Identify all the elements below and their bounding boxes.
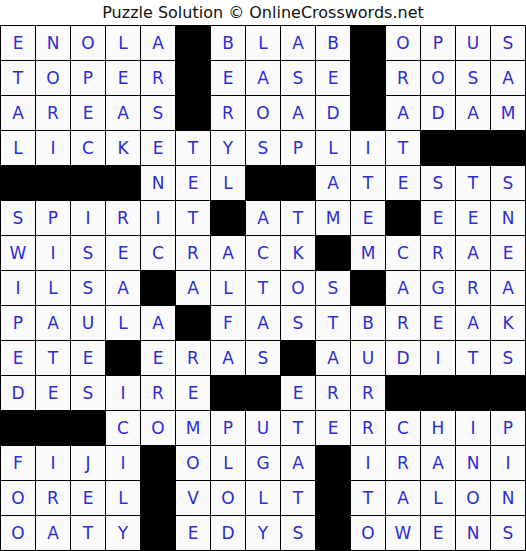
letter-cell: V xyxy=(176,481,210,515)
letter-cell: B xyxy=(351,306,385,340)
letter-cell: R xyxy=(386,446,420,480)
letter-cell: I xyxy=(456,411,490,445)
letter-cell: L xyxy=(211,166,245,200)
letter-cell: S xyxy=(491,516,525,550)
letter-cell: A xyxy=(141,306,175,340)
letter-cell: E xyxy=(1,341,35,375)
letter-cell: A xyxy=(36,306,70,340)
letter-cell: F xyxy=(1,446,35,480)
block-cell xyxy=(351,26,385,60)
letter-cell: E xyxy=(36,376,70,410)
letter-cell: A xyxy=(491,61,525,95)
letter-cell: U xyxy=(246,411,280,445)
letter-cell: F xyxy=(211,306,245,340)
block-cell xyxy=(386,201,420,235)
block-cell xyxy=(36,166,70,200)
letter-cell: A xyxy=(211,236,245,270)
block-cell xyxy=(1,166,35,200)
letter-cell: O xyxy=(1,516,35,550)
letter-cell: E xyxy=(71,96,105,130)
letter-cell: A xyxy=(281,446,315,480)
letter-cell: Y xyxy=(106,516,140,550)
letter-cell: E xyxy=(421,516,455,550)
block-cell xyxy=(141,271,175,305)
letter-cell: R xyxy=(176,341,210,375)
letter-cell: N xyxy=(36,26,70,60)
letter-cell: D xyxy=(316,96,350,130)
block-cell xyxy=(36,411,70,445)
block-cell xyxy=(71,411,105,445)
block-cell xyxy=(176,306,210,340)
letter-cell: T xyxy=(1,61,35,95)
letter-cell: N xyxy=(141,166,175,200)
page-title: Puzzle Solution © OnlineCrosswords.net xyxy=(0,0,526,25)
letter-cell: C xyxy=(386,236,420,270)
letter-cell: T xyxy=(316,306,350,340)
letter-cell: A xyxy=(281,96,315,130)
block-cell xyxy=(1,411,35,445)
letter-cell: O xyxy=(36,61,70,95)
letter-cell: T xyxy=(351,166,385,200)
letter-cell: L xyxy=(316,131,350,165)
letter-cell: O xyxy=(351,516,385,550)
letter-cell: T xyxy=(176,131,210,165)
letter-cell: E xyxy=(106,236,140,270)
letter-cell: A xyxy=(211,341,245,375)
letter-cell: I xyxy=(71,201,105,235)
letter-cell: E xyxy=(141,341,175,375)
letter-cell: R xyxy=(141,61,175,95)
letter-cell: L xyxy=(421,481,455,515)
letter-cell: A xyxy=(36,516,70,550)
letter-cell: B xyxy=(316,26,350,60)
letter-cell: A xyxy=(456,306,490,340)
letter-cell: S xyxy=(281,61,315,95)
letter-cell: O xyxy=(71,26,105,60)
letter-cell: D xyxy=(1,376,35,410)
letter-cell: P xyxy=(281,131,315,165)
letter-cell: R xyxy=(316,376,350,410)
letter-cell: E xyxy=(211,61,245,95)
block-cell xyxy=(316,481,350,515)
block-cell xyxy=(141,516,175,550)
letter-cell: M xyxy=(491,96,525,130)
letter-cell: S xyxy=(421,166,455,200)
letter-cell: E xyxy=(1,26,35,60)
letter-cell: P xyxy=(71,61,105,95)
letter-cell: L xyxy=(211,271,245,305)
letter-cell: O xyxy=(246,96,280,130)
letter-cell: S xyxy=(456,61,490,95)
letter-cell: I xyxy=(1,271,35,305)
block-cell xyxy=(211,376,245,410)
block-cell xyxy=(351,96,385,130)
letter-cell: C xyxy=(106,411,140,445)
letter-cell: P xyxy=(211,411,245,445)
letter-cell: E xyxy=(71,341,105,375)
letter-cell: O xyxy=(456,481,490,515)
letter-cell: E xyxy=(71,481,105,515)
letter-cell: R xyxy=(106,201,140,235)
letter-cell: T xyxy=(281,481,315,515)
letter-cell: D xyxy=(386,341,420,375)
letter-cell: T xyxy=(351,481,385,515)
block-cell xyxy=(176,26,210,60)
letter-cell: T xyxy=(281,201,315,235)
letter-cell: O xyxy=(281,271,315,305)
block-cell xyxy=(456,131,490,165)
block-cell xyxy=(421,131,455,165)
letter-cell: O xyxy=(386,26,420,60)
letter-cell: A xyxy=(456,236,490,270)
letter-cell: O xyxy=(211,481,245,515)
letter-cell: B xyxy=(211,26,245,60)
letter-cell: Y xyxy=(246,516,280,550)
letter-cell: A xyxy=(386,481,420,515)
letter-cell: C xyxy=(141,236,175,270)
letter-cell: N xyxy=(456,516,490,550)
block-cell xyxy=(106,166,140,200)
letter-cell: P xyxy=(421,26,455,60)
letter-cell: U xyxy=(71,306,105,340)
letter-cell: A xyxy=(386,271,420,305)
letter-cell: E xyxy=(421,306,455,340)
block-cell xyxy=(141,481,175,515)
letter-cell: S xyxy=(246,341,280,375)
letter-cell: R xyxy=(36,96,70,130)
letter-cell: L xyxy=(36,271,70,305)
letter-cell: S xyxy=(491,26,525,60)
letter-cell: L xyxy=(246,26,280,60)
letter-cell: E xyxy=(491,236,525,270)
letter-cell: A xyxy=(106,96,140,130)
letter-cell: J xyxy=(71,446,105,480)
letter-cell: I xyxy=(351,131,385,165)
letter-cell: T xyxy=(36,341,70,375)
letter-cell: T xyxy=(386,131,420,165)
letter-cell: S xyxy=(246,131,280,165)
letter-cell: L xyxy=(106,481,140,515)
letter-cell: L xyxy=(1,131,35,165)
letter-cell: R xyxy=(421,236,455,270)
letter-cell: A xyxy=(106,271,140,305)
letter-cell: S xyxy=(281,516,315,550)
block-cell xyxy=(176,96,210,130)
letter-cell: I xyxy=(421,341,455,375)
letter-cell: A xyxy=(246,306,280,340)
letter-cell: M xyxy=(176,411,210,445)
block-cell xyxy=(71,166,105,200)
block-cell xyxy=(246,166,280,200)
letter-cell: E xyxy=(456,201,490,235)
letter-cell: S xyxy=(491,341,525,375)
letter-cell: A xyxy=(246,61,280,95)
letter-cell: A xyxy=(491,271,525,305)
block-cell xyxy=(246,376,280,410)
block-cell xyxy=(281,341,315,375)
letter-cell: U xyxy=(456,26,490,60)
letter-cell: K xyxy=(106,131,140,165)
letter-cell: C xyxy=(246,236,280,270)
letter-cell: I xyxy=(141,201,175,235)
letter-cell: C xyxy=(71,131,105,165)
letter-cell: P xyxy=(491,411,525,445)
puzzle-solution-page: Puzzle Solution © OnlineCrosswords.net E… xyxy=(0,0,526,551)
letter-cell: E xyxy=(421,201,455,235)
letter-cell: A xyxy=(281,26,315,60)
letter-cell: I xyxy=(491,446,525,480)
block-cell xyxy=(421,376,455,410)
letter-cell: I xyxy=(351,446,385,480)
letter-cell: A xyxy=(1,96,35,130)
letter-cell: S xyxy=(491,166,525,200)
letter-cell: E xyxy=(316,411,350,445)
letter-cell: C xyxy=(386,411,420,445)
letter-cell: T xyxy=(71,516,105,550)
letter-cell: R xyxy=(176,236,210,270)
letter-cell: O xyxy=(421,61,455,95)
block-cell xyxy=(456,376,490,410)
letter-cell: A xyxy=(141,26,175,60)
letter-cell: A xyxy=(386,96,420,130)
letter-cell: E xyxy=(106,61,140,95)
letter-cell: T xyxy=(456,166,490,200)
letter-cell: D xyxy=(421,96,455,130)
letter-cell: S xyxy=(1,201,35,235)
letter-cell: U xyxy=(351,341,385,375)
block-cell xyxy=(491,376,525,410)
letter-cell: R xyxy=(36,481,70,515)
block-cell xyxy=(176,61,210,95)
letter-cell: I xyxy=(36,131,70,165)
block-cell xyxy=(141,446,175,480)
letter-cell: A xyxy=(421,446,455,480)
letter-cell: W xyxy=(1,236,35,270)
letter-cell: A xyxy=(456,96,490,130)
letter-cell: R xyxy=(386,306,420,340)
letter-cell: S xyxy=(71,236,105,270)
letter-cell: L xyxy=(246,481,280,515)
letter-cell: A xyxy=(316,166,350,200)
crossword-grid: ENOLABLABOPUSTOPEREASEROSAAREASROADADAML… xyxy=(0,25,526,551)
letter-cell: Y xyxy=(211,131,245,165)
block-cell xyxy=(316,446,350,480)
block-cell xyxy=(211,201,245,235)
letter-cell: K xyxy=(491,306,525,340)
letter-cell: E xyxy=(386,166,420,200)
letter-cell: S xyxy=(316,271,350,305)
letter-cell: R xyxy=(386,61,420,95)
letter-cell: O xyxy=(141,411,175,445)
block-cell xyxy=(106,341,140,375)
letter-cell: I xyxy=(36,446,70,480)
letter-cell: T xyxy=(456,341,490,375)
letter-cell: E xyxy=(351,201,385,235)
letter-cell: M xyxy=(351,236,385,270)
letter-cell: R xyxy=(456,271,490,305)
letter-cell: G xyxy=(421,271,455,305)
letter-cell: T xyxy=(176,201,210,235)
letter-cell: L xyxy=(211,446,245,480)
block-cell xyxy=(316,516,350,550)
letter-cell: E xyxy=(141,131,175,165)
letter-cell: N xyxy=(456,446,490,480)
block-cell xyxy=(386,376,420,410)
letter-cell: R xyxy=(211,96,245,130)
letter-cell: A xyxy=(176,271,210,305)
letter-cell: I xyxy=(36,236,70,270)
block-cell xyxy=(351,271,385,305)
letter-cell: E xyxy=(176,166,210,200)
letter-cell: T xyxy=(281,411,315,445)
letter-cell: E xyxy=(281,376,315,410)
letter-cell: O xyxy=(176,446,210,480)
letter-cell: L xyxy=(106,306,140,340)
letter-cell: E xyxy=(176,376,210,410)
letter-cell: K xyxy=(281,236,315,270)
letter-cell: W xyxy=(386,516,420,550)
letter-cell: P xyxy=(36,201,70,235)
letter-cell: S xyxy=(281,306,315,340)
letter-cell: R xyxy=(351,411,385,445)
letter-cell: N xyxy=(491,201,525,235)
letter-cell: R xyxy=(351,376,385,410)
letter-cell: I xyxy=(106,376,140,410)
letter-cell: A xyxy=(316,341,350,375)
letter-cell: S xyxy=(71,376,105,410)
block-cell xyxy=(281,166,315,200)
letter-cell: S xyxy=(71,271,105,305)
letter-cell: L xyxy=(106,26,140,60)
letter-cell: S xyxy=(141,96,175,130)
letter-cell: I xyxy=(106,446,140,480)
block-cell xyxy=(351,61,385,95)
letter-cell: P xyxy=(1,306,35,340)
letter-cell: N xyxy=(491,481,525,515)
block-cell xyxy=(491,131,525,165)
letter-cell: R xyxy=(141,376,175,410)
letter-cell: D xyxy=(211,516,245,550)
letter-cell: E xyxy=(316,61,350,95)
letter-cell: G xyxy=(246,446,280,480)
letter-cell: E xyxy=(176,516,210,550)
block-cell xyxy=(316,236,350,270)
letter-cell: H xyxy=(421,411,455,445)
letter-cell: A xyxy=(246,201,280,235)
letter-cell: O xyxy=(1,481,35,515)
letter-cell: T xyxy=(246,271,280,305)
letter-cell: M xyxy=(316,201,350,235)
